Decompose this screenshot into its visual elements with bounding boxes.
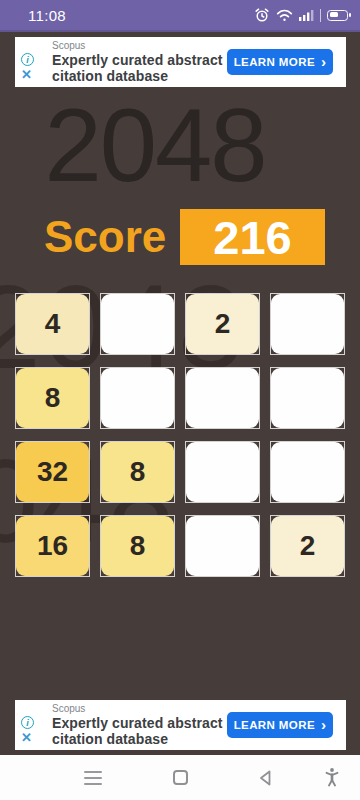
chevron-right-icon: › [321,53,326,70]
chevron-right-icon: › [321,716,326,733]
empty-cell [270,293,345,355]
status-time: 11:08 [28,7,66,24]
tile-16: 16 [15,515,90,577]
board-grid[interactable]: 4283281682 [15,293,345,577]
back-icon[interactable] [243,755,287,800]
empty-cell [270,441,345,503]
ad-headline-line2: citation database [52,731,168,747]
empty-cell [100,293,175,355]
ad-advertiser: Scopus [52,40,85,51]
ad-banner-bottom[interactable]: Scopus i ✕ Expertly curated abstract & c… [15,700,346,750]
wifi-icon [276,9,293,22]
learn-more-button[interactable]: LEARN MORE › [227,712,333,738]
learn-more-button[interactable]: LEARN MORE › [227,49,333,75]
accessibility-icon[interactable] [310,755,354,800]
tile-4: 4 [15,293,90,355]
tile-8: 8 [100,515,175,577]
ad-headline-line1: Expertly curated abstract & [52,715,237,731]
score-label: Score [44,212,166,262]
tile-2: 2 [185,293,260,355]
status-icons [254,7,348,23]
status-bar: 11:08 [0,0,360,32]
ad-info-icon[interactable]: i [21,53,34,66]
empty-cell [185,367,260,429]
tile-8: 8 [100,441,175,503]
app-screen: 11:08 [0,0,360,800]
alarm-icon [254,7,270,23]
tile-32: 32 [15,441,90,503]
tile-2: 2 [270,515,345,577]
tile-8: 8 [15,367,90,429]
empty-cell [185,441,260,503]
recents-icon[interactable] [158,755,202,800]
ad-headline-line2: citation database [52,68,168,84]
signal-icon [299,9,314,21]
ad-close-icon[interactable]: ✕ [21,68,32,82]
ad-close-icon[interactable]: ✕ [21,731,32,745]
ad-headline-line1: Expertly curated abstract & [52,52,237,68]
ad-info-icon[interactable]: i [21,716,34,729]
score-box: 216 [180,209,325,265]
empty-cell [185,515,260,577]
empty-cell [100,367,175,429]
page-title: 2048 [0,94,335,197]
menu-icon[interactable] [71,755,115,800]
ad-advertiser: Scopus [52,703,85,714]
empty-cell [270,367,345,429]
status-separator [320,9,321,22]
learn-more-label: LEARN MORE [234,719,315,731]
ad-banner-top[interactable]: Scopus i ✕ Expertly curated abstract & c… [15,37,346,87]
nav-bar [0,755,360,800]
battery-icon [327,10,348,21]
learn-more-label: LEARN MORE [234,56,315,68]
